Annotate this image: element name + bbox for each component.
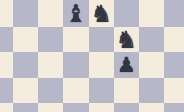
board-square-r4c6[interactable] bbox=[139, 103, 164, 112]
board-square-r3c2[interactable] bbox=[38, 78, 63, 103]
board-square-r4c4[interactable] bbox=[89, 103, 114, 112]
board-square-r2c3[interactable] bbox=[63, 52, 89, 78]
board-square-r1c7[interactable] bbox=[164, 27, 184, 52]
board-square-r0c6[interactable] bbox=[139, 0, 164, 27]
board-square-r3c3[interactable] bbox=[63, 78, 89, 103]
board-square-r2c4[interactable] bbox=[89, 52, 114, 78]
black-knight-f7[interactable]: ♞ bbox=[114, 27, 139, 52]
board-square-r1c0[interactable] bbox=[0, 27, 13, 52]
board-square-r3c5[interactable] bbox=[114, 78, 139, 103]
board-square-r1c3[interactable] bbox=[63, 27, 89, 52]
board-square-r3c7[interactable] bbox=[164, 78, 184, 103]
board-square-r4c0[interactable] bbox=[0, 103, 13, 112]
board-square-r1c2[interactable] bbox=[38, 27, 63, 52]
board-square-r2c2[interactable] bbox=[38, 52, 63, 78]
board-square-r3c4[interactable] bbox=[89, 78, 114, 103]
board-square-r3c0[interactable] bbox=[0, 78, 13, 103]
board-square-r4c1[interactable] bbox=[13, 103, 38, 112]
black-pawn-f6[interactable]: ♟ bbox=[114, 52, 139, 78]
board-square-r4c7[interactable] bbox=[164, 103, 184, 112]
board-square-r0c2[interactable] bbox=[38, 0, 63, 27]
board-square-r2c0[interactable] bbox=[0, 52, 13, 78]
board-square-r0c5[interactable] bbox=[114, 0, 139, 27]
chess-board: ♝♞♞♟ bbox=[0, 0, 184, 112]
black-knight-e8[interactable]: ♞ bbox=[89, 0, 114, 27]
board-square-r0c1[interactable] bbox=[13, 0, 38, 27]
board-square-r2c1[interactable] bbox=[13, 52, 38, 78]
screenshot-root: ♝♞♞♟ bbox=[0, 0, 184, 112]
board-square-r1c4[interactable] bbox=[89, 27, 114, 52]
board-square-r4c2[interactable] bbox=[38, 103, 63, 112]
board-square-r2c6[interactable] bbox=[139, 52, 164, 78]
board-square-r4c3[interactable] bbox=[63, 103, 89, 112]
board-square-r4c5[interactable] bbox=[114, 103, 139, 112]
board-square-r0c0[interactable] bbox=[0, 0, 13, 27]
board-square-r0c7[interactable] bbox=[164, 0, 184, 27]
board-square-r1c6[interactable] bbox=[139, 27, 164, 52]
board-square-r1c1[interactable] bbox=[13, 27, 38, 52]
board-square-r2c7[interactable] bbox=[164, 52, 184, 78]
board-square-r3c6[interactable] bbox=[139, 78, 164, 103]
board-square-r3c1[interactable] bbox=[13, 78, 38, 103]
black-bishop-d8[interactable]: ♝ bbox=[63, 0, 89, 27]
